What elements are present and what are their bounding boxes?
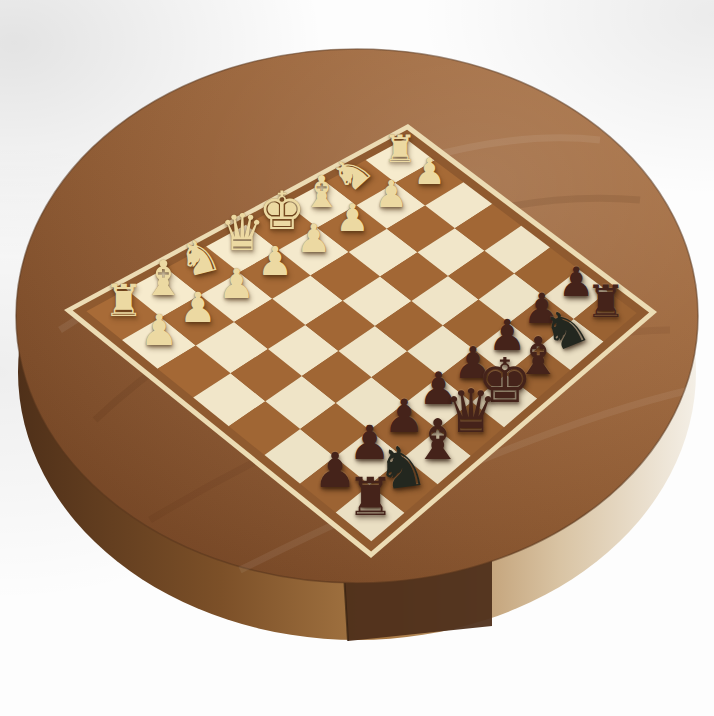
piece-white-rook-a1[interactable]: ♜	[104, 279, 144, 323]
piece-white-pawn-d2[interactable]: ♟	[257, 242, 293, 282]
chessboard-graphic	[0, 0, 714, 716]
piece-white-pawn-a2[interactable]: ♟	[140, 309, 178, 352]
piece-white-pawn-h2[interactable]: ♟	[413, 154, 445, 190]
piece-white-pawn-c2[interactable]: ♟	[218, 265, 254, 306]
piece-white-pawn-f2[interactable]: ♟	[335, 198, 369, 236]
piece-black-rook-a8[interactable]: ♜	[347, 471, 394, 524]
piece-black-rook-h8[interactable]: ♜	[586, 281, 626, 326]
piece-white-pawn-b2[interactable]: ♟	[179, 287, 216, 329]
piece-white-pawn-g2[interactable]: ♟	[374, 176, 407, 213]
piece-white-rook-h1[interactable]: ♜	[383, 130, 417, 168]
round-travel-chess-set-photo: ♜♞♟♝♟♚♟♛♟♞♟♝♟♟♜♜♟♟♟♞♟♝♟♚♟♛♟♝♟♟♞♜	[0, 0, 714, 716]
piece-white-pawn-e2[interactable]: ♟	[296, 220, 331, 259]
